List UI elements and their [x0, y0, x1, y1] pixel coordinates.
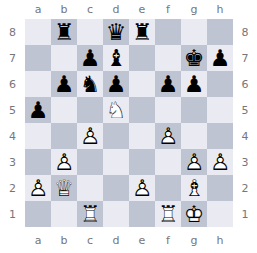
piece-outline-layer: ♙ [181, 149, 207, 175]
square-e1[interactable] [129, 201, 155, 227]
rank-label-right-5: 5 [233, 97, 257, 123]
piece-glyph: ♟ [51, 71, 77, 97]
square-b1[interactable] [51, 201, 77, 227]
square-f6[interactable]: ♟ [155, 71, 181, 97]
file-label-bottom-e: e [129, 227, 155, 253]
square-d8[interactable]: ♛ [103, 19, 129, 45]
piece-outline-layer: ♙ [207, 149, 233, 175]
file-label-bottom-g: g [181, 227, 207, 253]
square-g5[interactable] [181, 97, 207, 123]
piece-black-pawn[interactable]: ♟ [77, 45, 103, 71]
square-e4[interactable] [129, 123, 155, 149]
piece-outline-layer: ♙ [25, 175, 51, 201]
rank-label-right-2: 2 [233, 175, 257, 201]
rank-label-left-5: 5 [0, 97, 25, 123]
piece-black-pawn[interactable]: ♟ [181, 71, 207, 97]
square-a7[interactable] [25, 45, 51, 71]
square-e7[interactable] [129, 45, 155, 71]
piece-white-rook[interactable]: ♜♖ [155, 201, 181, 227]
rank-label-left-3: 3 [0, 149, 25, 175]
square-b8[interactable]: ♜ [51, 19, 77, 45]
chess-board-diagram: abcdefgh 87654321 ♜♛♜♟♝♚♟♟♞♟♟♟♟♞♘♟♙♟♙♟♙♟… [0, 0, 257, 253]
piece-outline-layer: ♙ [155, 123, 181, 149]
rank-label-right-1: 1 [233, 201, 257, 227]
square-f8[interactable] [155, 19, 181, 45]
square-d3[interactable] [103, 149, 129, 175]
piece-glyph: ♟ [77, 45, 103, 71]
square-c5[interactable] [77, 97, 103, 123]
file-label-bottom-h: h [207, 227, 233, 253]
corner-bottom-right [233, 227, 257, 253]
rank-label-right-3: 3 [233, 149, 257, 175]
corner-top-left [0, 0, 25, 19]
piece-glyph: ♚ [181, 45, 207, 71]
piece-black-rook[interactable]: ♜ [129, 19, 155, 45]
piece-glyph: ♛ [103, 19, 129, 45]
square-d4[interactable] [103, 123, 129, 149]
square-f7[interactable] [155, 45, 181, 71]
piece-glyph: ♟ [103, 71, 129, 97]
piece-outline-layer: ♘ [103, 97, 129, 123]
square-g4[interactable] [181, 123, 207, 149]
piece-white-pawn[interactable]: ♟♙ [207, 149, 233, 175]
piece-white-pawn[interactable]: ♟♙ [181, 149, 207, 175]
piece-white-knight[interactable]: ♞♘ [103, 97, 129, 123]
square-h6[interactable] [207, 71, 233, 97]
square-a8[interactable] [25, 19, 51, 45]
piece-glyph: ♟ [155, 71, 181, 97]
piece-outline-layer: ♖ [77, 201, 103, 227]
piece-glyph: ♟ [207, 45, 233, 71]
piece-white-pawn[interactable]: ♟♙ [51, 149, 77, 175]
square-b2[interactable]: ♛♕ [51, 175, 77, 201]
file-label-bottom-d: d [103, 227, 129, 253]
square-g1[interactable]: ♚♔ [181, 201, 207, 227]
rank-label-left-4: 4 [0, 123, 25, 149]
square-g2[interactable]: ♝♗ [181, 175, 207, 201]
square-d7[interactable]: ♝ [103, 45, 129, 71]
piece-black-queen[interactable]: ♛ [103, 19, 129, 45]
square-a6[interactable] [25, 71, 51, 97]
square-f3[interactable] [155, 149, 181, 175]
square-d2[interactable] [103, 175, 129, 201]
square-a4[interactable] [25, 123, 51, 149]
square-d5[interactable]: ♞♘ [103, 97, 129, 123]
board-grid: ♜♛♜♟♝♚♟♟♞♟♟♟♟♞♘♟♙♟♙♟♙♟♙♟♙♟♙♛♕♟♙♝♗♜♖♜♖♚♔ [25, 19, 233, 227]
piece-white-pawn[interactable]: ♟♙ [129, 175, 155, 201]
piece-white-rook[interactable]: ♜♖ [77, 201, 103, 227]
square-c7[interactable]: ♟ [77, 45, 103, 71]
square-g7[interactable]: ♚ [181, 45, 207, 71]
piece-white-queen[interactable]: ♛♕ [51, 175, 77, 201]
piece-outline-layer: ♗ [181, 175, 207, 201]
piece-outline-layer: ♕ [51, 175, 77, 201]
square-b7[interactable] [51, 45, 77, 71]
rank-label-left-8: 8 [0, 19, 25, 45]
square-c2[interactable] [77, 175, 103, 201]
file-label-top-g: g [181, 0, 207, 19]
piece-glyph: ♟ [25, 97, 51, 123]
square-a2[interactable]: ♟♙ [25, 175, 51, 201]
piece-black-king[interactable]: ♚ [181, 45, 207, 71]
piece-outline-layer: ♙ [129, 175, 155, 201]
corner-top-right [233, 0, 257, 19]
rank-label-left-1: 1 [0, 201, 25, 227]
piece-white-pawn[interactable]: ♟♙ [25, 175, 51, 201]
rank-label-right-7: 7 [233, 45, 257, 71]
square-c6[interactable]: ♞ [77, 71, 103, 97]
piece-glyph: ♜ [129, 19, 155, 45]
file-label-top-b: b [51, 0, 77, 19]
piece-black-pawn[interactable]: ♟ [207, 45, 233, 71]
file-label-top-c: c [77, 0, 103, 19]
piece-glyph: ♟ [181, 71, 207, 97]
square-e5[interactable] [129, 97, 155, 123]
square-g6[interactable]: ♟ [181, 71, 207, 97]
rank-labels-right: 87654321 [233, 19, 257, 227]
rank-label-right-4: 4 [233, 123, 257, 149]
square-g3[interactable]: ♟♙ [181, 149, 207, 175]
piece-glyph: ♜ [51, 19, 77, 45]
square-e8[interactable]: ♜ [129, 19, 155, 45]
piece-outline-layer: ♔ [181, 201, 207, 227]
piece-outline-layer: ♙ [77, 123, 103, 149]
piece-glyph: ♞ [77, 71, 103, 97]
square-h1[interactable] [207, 201, 233, 227]
rank-labels-left: 87654321 [0, 19, 25, 227]
square-b5[interactable] [51, 97, 77, 123]
square-h5[interactable] [207, 97, 233, 123]
piece-black-pawn[interactable]: ♟ [155, 71, 181, 97]
file-label-top-e: e [129, 0, 155, 19]
piece-black-pawn[interactable]: ♟ [51, 71, 77, 97]
square-d1[interactable] [103, 201, 129, 227]
square-c3[interactable] [77, 149, 103, 175]
file-label-top-d: d [103, 0, 129, 19]
piece-white-pawn[interactable]: ♟♙ [155, 123, 181, 149]
rank-label-right-8: 8 [233, 19, 257, 45]
piece-white-pawn[interactable]: ♟♙ [77, 123, 103, 149]
piece-black-pawn[interactable]: ♟ [25, 97, 51, 123]
piece-white-king[interactable]: ♚♔ [181, 201, 207, 227]
square-c8[interactable] [77, 19, 103, 45]
square-c4[interactable]: ♟♙ [77, 123, 103, 149]
square-f1[interactable]: ♜♖ [155, 201, 181, 227]
square-h3[interactable]: ♟♙ [207, 149, 233, 175]
piece-glyph: ♝ [103, 45, 129, 71]
piece-black-rook[interactable]: ♜ [51, 19, 77, 45]
piece-black-pawn[interactable]: ♟ [103, 71, 129, 97]
corner-bottom-left [0, 227, 25, 253]
file-label-top-f: f [155, 0, 181, 19]
square-c1[interactable]: ♜♖ [77, 201, 103, 227]
file-label-top-a: a [25, 0, 51, 19]
file-label-bottom-c: c [77, 227, 103, 253]
square-e3[interactable] [129, 149, 155, 175]
square-a3[interactable] [25, 149, 51, 175]
rank-label-left-6: 6 [0, 71, 25, 97]
square-h4[interactable] [207, 123, 233, 149]
square-d6[interactable]: ♟ [103, 71, 129, 97]
square-b3[interactable]: ♟♙ [51, 149, 77, 175]
file-label-bottom-a: a [25, 227, 51, 253]
piece-black-bishop[interactable]: ♝ [103, 45, 129, 71]
square-f4[interactable]: ♟♙ [155, 123, 181, 149]
piece-outline-layer: ♙ [51, 149, 77, 175]
square-h8[interactable] [207, 19, 233, 45]
rank-label-left-2: 2 [0, 175, 25, 201]
file-labels-bottom: abcdefgh [25, 227, 233, 253]
rank-label-left-7: 7 [0, 45, 25, 71]
file-label-bottom-f: f [155, 227, 181, 253]
square-b4[interactable] [51, 123, 77, 149]
file-label-top-h: h [207, 0, 233, 19]
file-labels-top: abcdefgh [25, 0, 233, 19]
square-b6[interactable]: ♟ [51, 71, 77, 97]
rank-label-right-6: 6 [233, 71, 257, 97]
square-a5[interactable]: ♟ [25, 97, 51, 123]
piece-white-bishop[interactable]: ♝♗ [181, 175, 207, 201]
square-a1[interactable] [25, 201, 51, 227]
piece-outline-layer: ♖ [155, 201, 181, 227]
square-f5[interactable] [155, 97, 181, 123]
square-e6[interactable] [129, 71, 155, 97]
square-f2[interactable] [155, 175, 181, 201]
square-h7[interactable]: ♟ [207, 45, 233, 71]
square-h2[interactable] [207, 175, 233, 201]
square-g8[interactable] [181, 19, 207, 45]
square-e2[interactable]: ♟♙ [129, 175, 155, 201]
file-label-bottom-b: b [51, 227, 77, 253]
piece-black-knight[interactable]: ♞ [77, 71, 103, 97]
